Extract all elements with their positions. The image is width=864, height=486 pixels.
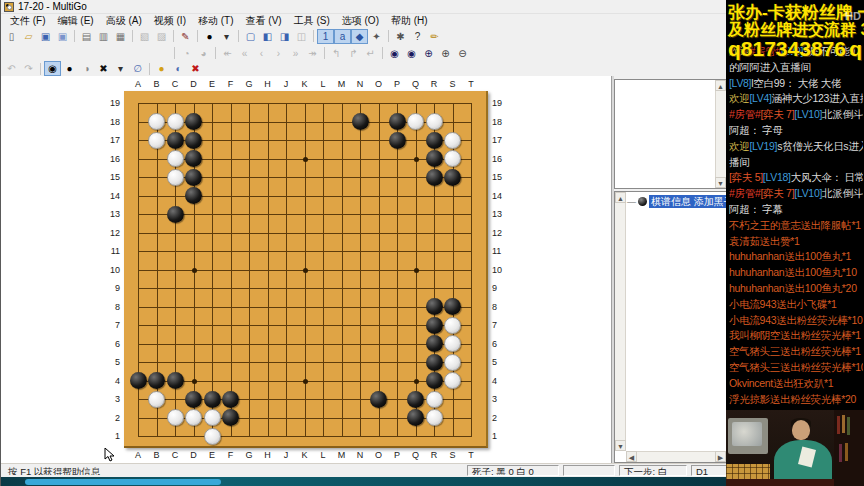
chat-message: 浮光掠影送出粉丝荧光棒*20 [729,392,863,408]
star-point [303,379,308,384]
black-stone-E3[interactable] [204,391,221,408]
toolbar-separator [215,47,216,59]
find-prev-icon[interactable]: ⊖ [454,46,471,61]
coordinate-label: P [388,450,406,460]
tree-scroll-down-icon[interactable]: ▼ [615,440,626,451]
coordinate-label: 1 [492,431,509,441]
toolbar-separator [197,30,198,42]
coordinate-label: 14 [103,191,120,201]
black-stone-D15[interactable] [185,169,202,186]
coordinate-label: H [259,79,277,89]
chat-message: 袁清茹送出赞*1 [729,234,863,250]
coordinate-label: 6 [492,339,509,349]
prev-variation-icon[interactable]: ↰ [328,46,345,61]
next-variation-icon[interactable]: ↱ [345,46,362,61]
coordinate-label: 6 [103,339,120,349]
multigo-window: 17-20 - MultiGo 文件 (F)编辑 (E)高级 (A)视频 (I)… [0,0,726,486]
black-stone-S15[interactable] [444,169,461,186]
coordinate-label: A [129,450,147,460]
book-spine [837,416,840,434]
comment-panel[interactable]: ▲ ▼ [614,79,727,189]
title-bar[interactable]: 17-20 - MultiGo [1,0,726,14]
coordinate-label: 14 [492,191,509,201]
coordinate-label: E [203,450,221,460]
coordinate-label: E [203,79,221,89]
coordinate-label: 13 [492,209,509,219]
coordinate-label: D [185,79,203,89]
menu-edit[interactable]: 编辑 (E) [53,14,99,28]
forward-10-icon[interactable]: » [287,46,304,61]
coordinate-label: 2 [492,413,509,423]
coordinate-label: 7 [492,320,509,330]
coordinate-label: G [240,450,258,460]
black-stone-P18[interactable] [389,113,406,130]
goto-move-icon[interactable]: ◉ [386,46,403,61]
mode-stone-icon[interactable]: ● [201,29,218,44]
print-icon[interactable]: ▤ [78,29,95,44]
black-stone-F3[interactable] [222,391,239,408]
tree-branch-line: — [627,197,636,207]
coordinate-label: 19 [103,98,120,108]
coordinate-label: 16 [103,154,120,164]
coordinate-label: T [462,450,480,460]
table-edge [726,479,834,486]
white-stone-R18[interactable] [426,113,443,130]
status-empty-field [563,465,615,476]
coordinate-label: K [296,450,314,460]
back-10-icon[interactable]: « [236,46,253,61]
coordinate-label: 16 [492,154,509,164]
menu-video[interactable]: 视频 (I) [149,14,191,28]
menu-tools[interactable]: 工具 (S) [289,14,335,28]
coordinate-label: 18 [103,117,120,127]
window-title: 17-20 - MultiGo [18,0,87,14]
rotate-left-icon[interactable]: ◔ [178,46,195,61]
coordinate-label: 17 [492,135,509,145]
banner-qq-number: q817343876 [728,37,864,61]
redo-icon[interactable]: ↷ [20,61,37,76]
toolbar-separator [74,30,75,42]
coordinate-label: 11 [492,246,509,256]
white-stone-C2[interactable] [167,409,184,426]
white-stone-S5[interactable] [444,354,461,371]
black-stone-D16[interactable] [185,150,202,167]
chat-message: 不朽之王的意志送出降服帖*1 [729,218,863,234]
menu-advanced[interactable]: 高级 (A) [101,14,147,28]
stream-overlay: 张办-卡获粉丝牌 一 及粉丝牌进交流群 3 q817343876 q HD 欢迎… [726,0,864,486]
coordinate-label: 4 [492,376,509,386]
coordinate-label: 9 [103,283,120,293]
black-stone-D3[interactable] [185,391,202,408]
delete-node-icon[interactable]: ✖ [187,61,204,76]
chat-message: 阿超： 字母 [729,123,863,139]
context-help-icon[interactable]: ? [409,29,426,44]
black-stone-P17[interactable] [389,132,406,149]
erase-dropdown-icon[interactable]: ▾ [112,61,129,76]
tv-screen [732,422,762,446]
coordinate-label: C [166,79,184,89]
chat-message: 播间 [729,155,863,171]
layout-split-icon[interactable]: ◧ [259,29,276,44]
coordinate-label: D [185,450,203,460]
toolbar-separator [40,63,41,75]
coordinate-label: 10 [492,265,509,275]
open-icon[interactable]: ▱ [20,29,37,44]
find-icon[interactable]: ⊕ [420,46,437,61]
coordinate-label: L [314,450,332,460]
menu-move[interactable]: 移动 (T) [193,14,239,28]
status-next-move: 下一步: 白 [619,465,687,476]
banner-qq-fragment: q [849,37,862,61]
tree-scroll-left-icon[interactable]: ◀ [626,451,637,462]
white-stone-C16[interactable] [167,150,184,167]
black-stone-C4[interactable] [167,372,184,389]
rotate-right-icon[interactable]: ◕ [195,46,212,61]
white-stone-R3[interactable] [426,391,443,408]
coordinate-label: S [444,450,462,460]
white-stone-D2[interactable] [185,409,202,426]
black-stone-O3[interactable] [370,391,387,408]
grid-line [138,436,472,437]
black-stone-R5[interactable] [426,354,443,371]
streamer-face [792,420,810,440]
game-tree-panel[interactable]: ▲ ▼ ◀ ▶ — 棋谱信息 添加黑子 添加白 [614,191,727,463]
tree-hscrollbar[interactable]: ◀ ▶ [626,451,726,462]
black-stone-Q2[interactable] [407,409,424,426]
coordinate-label: 5 [103,357,120,367]
coordinate-label: R [425,79,443,89]
chat-message: #房管#[弈夫 7][LV10]北派倒斗、 [729,186,863,202]
star-point [303,268,308,273]
coordinate-label: 19 [492,98,509,108]
forward-icon[interactable]: › [270,46,287,61]
save-icon[interactable]: ▣ [37,29,54,44]
toolbar-separator [238,30,239,42]
chat-message: 空气猪头三送出粉丝荧光棒*1 [729,344,863,360]
grid-line [379,103,380,436]
status-help-text: 按 F1 以获得帮助信息 [3,465,461,476]
book-spine [842,415,845,433]
mode-dropdown-icon[interactable]: ▾ [218,29,235,44]
comment-scrollbar[interactable]: ▲ ▼ [715,80,726,188]
brush-icon[interactable]: ✏ [426,29,443,44]
coordinate-label: K [296,79,314,89]
board-panel: AABBCCDDEEFFGGHHJJKKLLMMNNOOPPQQRRSSTT19… [1,76,611,463]
coordinate-label: N [351,79,369,89]
black-stone-R16[interactable] [426,150,443,167]
star-point [414,157,419,162]
chat-message: huhuhanhan送出100鱼丸*20 [729,281,863,297]
toolbar-navigation: ◔◕↞«‹›»↠↰↱↵◉◉⊕⊕⊖ [1,45,726,61]
menu-bar: 文件 (F)编辑 (E)高级 (A)视频 (I)移动 (T)查看 (V)工具 (… [1,14,726,28]
toolbar-separator [313,30,314,42]
coordinate-label: Q [407,79,425,89]
white-stone-E1[interactable] [204,428,221,445]
print-preview-icon[interactable]: ▥ [95,29,112,44]
white-stone-C15[interactable] [167,169,184,186]
swap-color-icon[interactable]: ◐ [170,61,187,76]
coordinate-label: 2 [103,413,120,423]
chat-message: Okvincent送出狂欢趴*1 [729,376,863,392]
black-stone-S8[interactable] [444,298,461,315]
toolbar-separator [173,30,174,42]
star-point [414,379,419,384]
taskbar-strip [1,477,727,486]
toolbar-separator [132,30,133,42]
coordinate-label: 5 [492,357,509,367]
white-stone-S7[interactable] [444,317,461,334]
coordinate-label: 4 [103,376,120,386]
coordinate-label: 15 [492,172,509,182]
layout-all-icon[interactable]: ◫ [293,29,310,44]
tree-node-stone-icon [638,197,647,206]
tree-scroll-right-icon[interactable]: ▶ [715,451,726,462]
coordinate-label: 17 [103,135,120,145]
chat-message: #房管#[弈夫 7][LV10]北派倒斗、 [729,107,863,123]
chat-list: 欢迎#房管#[LV9]9是不可能9的阿阿进入直播间[LV8]l空白99： 大佬 … [729,44,863,407]
crt-tv [728,418,768,454]
white-stone-E2[interactable] [204,409,221,426]
grid-line [471,103,472,436]
coordinate-label: M [333,79,351,89]
find-next-icon[interactable]: ⊕ [437,46,454,61]
black-stone-R7[interactable] [426,317,443,334]
white-stone-S17[interactable] [444,132,461,149]
chat-message: 欢迎[LV19]s贫僧光天化日s进入直 [729,139,863,155]
chat-message: 小电流943送出粉丝荧光棒*10 [729,313,863,329]
coordinate-label: 10 [103,265,120,275]
coordinate-label: S [444,79,462,89]
white-stone-R2[interactable] [426,409,443,426]
toolbar-separator [324,47,325,59]
white-stone-S6[interactable] [444,335,461,352]
black-stone-N18[interactable] [352,113,369,130]
copy-icon[interactable]: ▧ [136,29,153,44]
chat-message: 的阿阿进入直播间 [729,60,863,76]
layout-board-icon[interactable]: ▢ [242,29,259,44]
coordinate-label: 15 [103,172,120,182]
ko-marker-icon[interactable]: ● [153,61,170,76]
coordinate-label: P [388,79,406,89]
white-stone-icon[interactable]: ◑ [78,61,95,76]
coordinate-label: 7 [103,320,120,330]
show-mark-icon[interactable]: ◆ [351,29,368,44]
options-icon[interactable]: ✱ [392,29,409,44]
toolbar-main: ▯▱▣▣▤▥▦▧▨✎●▾▢◧◨◫1a◆✦✱?✏ [1,28,726,44]
black-stone-D18[interactable] [185,113,202,130]
coordinate-label: 8 [492,302,509,312]
book-spine [839,444,842,462]
toolbar-separator [174,47,175,59]
menu-file[interactable]: 文件 (F) [5,14,51,28]
app-icon [4,2,14,12]
status-cursor-coord: D1 [691,465,727,476]
white-stone-S4[interactable] [444,372,461,389]
save-as-icon[interactable]: ▣ [54,29,71,44]
coordinate-label: 12 [103,228,120,238]
coordinate-label: Q [407,450,425,460]
layout-tree-icon[interactable]: ◨ [276,29,293,44]
black-stone-F2[interactable] [222,409,239,426]
toolbar-separator [149,63,150,75]
coordinate-label: M [333,450,351,460]
coordinate-label: L [314,79,332,89]
bookshelf [834,410,864,486]
screen: 17-20 - MultiGo 文件 (F)编辑 (E)高级 (A)视频 (I)… [0,0,864,486]
chat-message: huhuhanhan送出100鱼丸*1 [729,249,863,265]
menu-help[interactable]: 帮助 (H) [386,14,433,28]
chat-message: 阿超： 字幕 [729,202,863,218]
chat-message: 空气猪头三送出粉丝荧光棒*10 [729,360,863,376]
coordinate-label: B [148,79,166,89]
white-stone-S16[interactable] [444,150,461,167]
last-move-icon[interactable]: ↠ [304,46,321,61]
show-variation-icon[interactable]: ✦ [368,29,385,44]
white-stone-Q18[interactable] [407,113,424,130]
coordinate-label: O [370,79,388,89]
show-label-icon[interactable]: a [334,29,351,44]
pass-icon[interactable]: ∅ [129,61,146,76]
coordinate-label: 13 [103,209,120,219]
coordinate-label: H [259,450,277,460]
toolbar-separator [388,30,389,42]
grid-line [138,344,472,345]
coordinate-label: A [129,79,147,89]
grid-line [138,307,472,308]
black-stone-R15[interactable] [426,169,443,186]
coordinate-label: 1 [103,431,120,441]
black-stone-A4[interactable] [130,372,147,389]
grid-line [360,103,361,436]
page-setup-icon[interactable]: ▦ [112,29,129,44]
back-to-main-icon[interactable]: ↵ [362,46,379,61]
mouse-cursor [104,448,116,466]
coordinate-label: R [425,450,443,460]
book-spine [847,417,850,435]
grid-line [138,362,472,363]
status-dead-stones: 死子: 黑 0 白 0 [467,465,559,476]
coordinate-label: G [240,79,258,89]
coordinate-label: N [351,450,369,460]
black-stone-icon[interactable]: ● [61,61,78,76]
menu-options[interactable]: 选项 (O) [337,14,384,28]
black-stone-R17[interactable] [426,132,443,149]
coordinate-label: J [277,79,295,89]
black-stone-C17[interactable] [167,132,184,149]
star-point [414,268,419,273]
coordinate-label: O [370,450,388,460]
coordinate-label: J [277,450,295,460]
coordinate-label: 11 [103,246,120,256]
coordinate-label: 8 [103,302,120,312]
chat-message: 小电流943送出小飞碟*1 [729,297,863,313]
coordinate-label: 18 [492,117,509,127]
coordinate-label: 3 [492,394,509,404]
black-stone-Q3[interactable] [407,391,424,408]
game-info-icon[interactable]: ✎ [177,29,194,44]
play-mode-icon[interactable]: ◉ [44,61,61,76]
grid-line [323,103,324,436]
black-stone-R4[interactable] [426,372,443,389]
coordinate-label: B [148,450,166,460]
coordinate-label: F [222,450,240,460]
toolbar-edit: ↶↷◉●◑✖▾∅●◐✖ [1,61,726,76]
black-stone-C13[interactable] [167,206,184,223]
coordinate-label: F [222,79,240,89]
goto-named-icon[interactable]: ◉ [403,46,420,61]
tree-vscrollbar[interactable]: ▲ ▼ [615,192,626,451]
black-stone-D14[interactable] [185,187,202,204]
undo-icon[interactable]: ↶ [3,61,20,76]
taskbar-button[interactable] [25,479,221,485]
chat-message: 欢迎[LV4]涵神大少123进入直播间 [729,91,863,107]
grid-line [138,325,472,326]
back-icon[interactable]: ‹ [253,46,270,61]
grid-line [138,288,472,289]
erase-stone-icon[interactable]: ✖ [95,61,112,76]
menu-view[interactable]: 查看 (V) [241,14,287,28]
white-stone-B3[interactable] [148,391,165,408]
star-point [192,379,197,384]
star-point [192,268,197,273]
black-stone-R8[interactable] [426,298,443,315]
black-stone-D17[interactable] [185,132,202,149]
scroll-down-icon[interactable]: ▼ [715,177,726,188]
grid-line [342,103,343,436]
coordinate-label: 3 [103,394,120,404]
stream-watermark: HD [845,10,861,22]
star-point [303,157,308,162]
chat-message: huhuhanhan送出100鱼丸*10 [729,265,863,281]
white-stone-B17[interactable] [148,132,165,149]
white-stone-C18[interactable] [167,113,184,130]
coordinate-label: T [462,79,480,89]
white-stone-B18[interactable] [148,113,165,130]
chat-message: [LV8]l空白99： 大佬 大佬 [729,76,863,92]
grid-line [397,103,398,436]
black-stone-B4[interactable] [148,372,165,389]
first-move-icon[interactable]: ↞ [219,46,236,61]
coordinate-label: 9 [492,283,509,293]
chat-message: [弈夫 5][LV18]大风大伞： 日常gg [729,170,863,186]
book-spine [845,443,848,461]
webcam-video [726,410,864,486]
new-icon[interactable]: ▯ [3,29,20,44]
tree-scroll-up-icon[interactable]: ▲ [615,192,626,203]
show-number-icon[interactable]: 1 [317,29,334,44]
scroll-up-icon[interactable]: ▲ [715,80,726,91]
toolbar-separator [382,47,383,59]
black-stone-R6[interactable] [426,335,443,352]
coordinate-label: C [166,450,184,460]
coordinate-label: 12 [492,228,509,238]
chat-message: 我叫柳阴空送出粉丝荧光棒*1 [729,328,863,344]
paste-icon[interactable]: ▨ [153,29,170,44]
